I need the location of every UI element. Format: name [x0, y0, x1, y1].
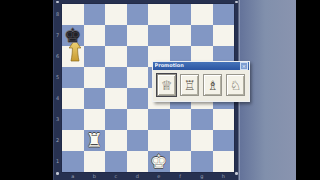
square-f7[interactable]	[170, 25, 192, 46]
square-b5[interactable]	[84, 67, 106, 88]
rank-label-2: 2	[54, 137, 62, 143]
square-d8[interactable]	[127, 4, 149, 25]
square-e7[interactable]	[148, 25, 170, 46]
square-d3[interactable]	[127, 109, 149, 130]
square-b1[interactable]	[84, 151, 106, 172]
square-b3[interactable]	[84, 109, 106, 130]
square-a5[interactable]	[62, 67, 84, 88]
square-h3[interactable]	[213, 109, 235, 130]
square-f3[interactable]	[170, 109, 192, 130]
square-c8[interactable]	[105, 4, 127, 25]
frame-screw-top-left	[56, 1, 59, 4]
promote-bishop-button[interactable]: ♗	[203, 74, 222, 96]
square-d6[interactable]	[127, 46, 149, 67]
file-label-c: c	[111, 173, 121, 180]
file-label-b: b	[89, 173, 99, 180]
square-h2[interactable]	[213, 130, 235, 151]
dialog-title: Promotion	[155, 63, 241, 68]
file-label-g: g	[197, 173, 207, 180]
square-e3[interactable]	[148, 109, 170, 130]
square-e8[interactable]	[148, 4, 170, 25]
square-f8[interactable]	[170, 4, 192, 25]
square-h1[interactable]	[213, 151, 235, 172]
square-b8[interactable]	[84, 4, 106, 25]
square-b4[interactable]	[84, 88, 106, 109]
rank-label-1: 1	[54, 158, 62, 164]
square-d7[interactable]	[127, 25, 149, 46]
rank-label-5: 5	[54, 74, 62, 80]
rank-label-7: 7	[54, 32, 62, 38]
square-g8[interactable]	[191, 4, 213, 25]
rank-label-8: 8	[54, 11, 62, 17]
promote-rook-button[interactable]: ♖	[180, 74, 199, 96]
square-d4[interactable]	[127, 88, 149, 109]
square-g7[interactable]	[191, 25, 213, 46]
square-c2[interactable]	[105, 130, 127, 151]
square-d5[interactable]	[127, 67, 149, 88]
square-c7[interactable]	[105, 25, 127, 46]
rank-label-4: 4	[54, 95, 62, 101]
file-label-e: e	[154, 173, 164, 180]
square-a8[interactable]	[62, 4, 84, 25]
app-screen: 87654321abcdefgh ♚♜♚ Promotion × ♕♖♗♘	[0, 0, 320, 180]
frame-screw-top-right	[235, 1, 238, 4]
square-a2[interactable]	[62, 130, 84, 151]
square-a1[interactable]	[62, 151, 84, 172]
square-g3[interactable]	[191, 109, 213, 130]
square-a3[interactable]	[62, 109, 84, 130]
file-label-f: f	[175, 173, 185, 180]
square-d1[interactable]	[127, 151, 149, 172]
promote-knight-button[interactable]: ♘	[226, 74, 245, 96]
square-b6[interactable]	[84, 46, 106, 67]
black-king-a7[interactable]: ♚	[62, 25, 84, 46]
rank-label-6: 6	[54, 53, 62, 59]
rank-label-3: 3	[54, 116, 62, 122]
dialog-titlebar[interactable]: Promotion ×	[153, 62, 249, 70]
file-label-d: d	[132, 173, 142, 180]
square-g2[interactable]	[191, 130, 213, 151]
frame-screw-bottom-right	[235, 172, 238, 175]
close-icon[interactable]: ×	[240, 62, 248, 70]
square-b7[interactable]	[84, 25, 106, 46]
frame-screw-bottom-left	[56, 172, 59, 175]
square-f1[interactable]	[170, 151, 192, 172]
square-c1[interactable]	[105, 151, 127, 172]
square-h7[interactable]	[213, 25, 235, 46]
square-c5[interactable]	[105, 67, 127, 88]
file-label-h: h	[218, 173, 228, 180]
square-e2[interactable]	[148, 130, 170, 151]
file-label-a: a	[68, 173, 78, 180]
square-a4[interactable]	[62, 88, 84, 109]
promotion-dialog: Promotion × ♕♖♗♘	[152, 61, 250, 102]
square-f2[interactable]	[170, 130, 192, 151]
square-d2[interactable]	[127, 130, 149, 151]
square-c6[interactable]	[105, 46, 127, 67]
dialog-body: ♕♖♗♘	[153, 70, 249, 101]
white-rook-b2[interactable]: ♜	[84, 130, 106, 151]
square-h8[interactable]	[213, 4, 235, 25]
promote-queen-button[interactable]: ♕	[157, 74, 176, 96]
square-c3[interactable]	[105, 109, 127, 130]
white-king-e1[interactable]: ♚	[148, 151, 170, 172]
square-g1[interactable]	[191, 151, 213, 172]
square-c4[interactable]	[105, 88, 127, 109]
